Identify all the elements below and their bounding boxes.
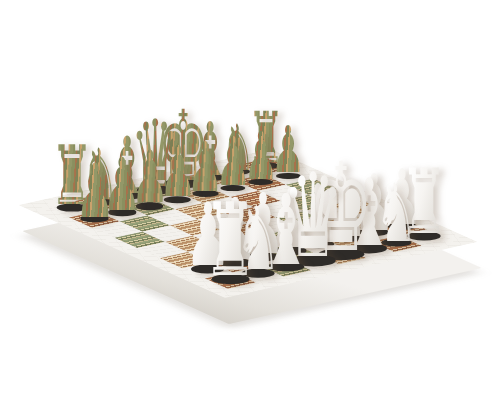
piece-black-pawn-a7: ♟: [69, 171, 120, 220]
product-photo-scene: ♜♞♝♛♚♝♞♜♟♟♟♟♟♟♟♟♟♟♟♟♟♟♟♟♜♞♝♛♚♝♞♜: [0, 0, 500, 400]
white-rook-glyph: ♜: [204, 190, 258, 291]
pieces-layer: ♜♞♝♛♚♝♞♜♟♟♟♟♟♟♟♟♟♟♟♟♟♟♟♟♜♞♝♛♚♝♞♜: [0, 0, 500, 400]
green-pawn-glyph: ♟: [75, 153, 115, 228]
piece-white-rook-a1: ♜: [196, 215, 265, 281]
